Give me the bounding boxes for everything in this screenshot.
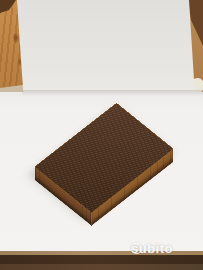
table-edge-dark: [0, 255, 203, 264]
table-backdrop-seam: [22, 90, 203, 96]
watermark-text: subito: [131, 241, 173, 256]
listing-photo: s subito: [0, 0, 203, 270]
watermark: s subito: [131, 241, 203, 255]
table-edge-base: [0, 264, 203, 270]
white-backdrop-board: [0, 0, 203, 104]
